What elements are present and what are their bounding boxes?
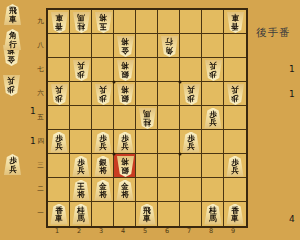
file-label-1: 1: [52, 227, 62, 235]
board-square-6七[interactable]: [158, 58, 180, 82]
piece-kanji: 車: [231, 13, 239, 22]
piece-kanji: 金: [8, 55, 16, 64]
board-square-8三[interactable]: [202, 154, 224, 178]
file-label-7: 7: [184, 227, 194, 235]
board-square-9四[interactable]: [224, 130, 246, 154]
board-square-7八[interactable]: [180, 34, 202, 58]
piece-kanji: 兵: [99, 143, 107, 152]
rank-label-一: 一: [36, 209, 45, 218]
file-label-5: 5: [140, 227, 150, 235]
board-square-6四[interactable]: [158, 130, 180, 154]
board-square-9五[interactable]: [224, 106, 246, 130]
piece-kanji: 兵: [55, 85, 63, 94]
hand-piece-歩兵-top-player[interactable]: 歩兵: [2, 75, 21, 96]
rank-label-八: 八: [36, 41, 45, 50]
piece-kanji: 兵: [121, 143, 129, 152]
board-square-8六[interactable]: [202, 82, 224, 106]
piece-kanji: 兵: [99, 85, 107, 94]
piece-kanji: 馬: [77, 215, 85, 224]
hand-count-bottom-player: 1: [289, 89, 300, 99]
piece-kanji: 馬: [77, 13, 85, 22]
piece-kanji: 将: [99, 191, 107, 200]
board-square-9八[interactable]: [224, 34, 246, 58]
piece-kanji: 兵: [209, 61, 217, 70]
rank-label-六: 六: [36, 89, 45, 98]
turn-indicator: 後手番: [256, 26, 300, 40]
piece-kanji: 将: [121, 85, 129, 94]
board-square-3一[interactable]: [92, 202, 114, 226]
board-square-7一[interactable]: [180, 202, 202, 226]
hoshi-dot: [179, 153, 182, 156]
piece-kanji: 兵: [55, 143, 63, 152]
piece-kanji: 将: [121, 37, 129, 46]
board-square-7二[interactable]: [180, 178, 202, 202]
board-square-2六[interactable]: [70, 82, 92, 106]
board-square-3五[interactable]: [92, 106, 114, 130]
piece-kanji: 馬: [143, 109, 151, 118]
board-square-4五[interactable]: [114, 106, 136, 130]
piece-kanji: 将: [99, 13, 107, 22]
piece-kanji: 将: [99, 167, 107, 176]
piece-kanji: 兵: [187, 143, 195, 152]
board-square-7七[interactable]: [180, 58, 202, 82]
piece-kanji: 将: [121, 157, 129, 166]
piece-kanji: 兵: [77, 61, 85, 70]
board-square-6三[interactable]: [158, 154, 180, 178]
board-square-6五[interactable]: [158, 106, 180, 130]
file-label-8: 8: [206, 227, 216, 235]
board-square-6六[interactable]: [158, 82, 180, 106]
board-square-1五[interactable]: [48, 106, 70, 130]
board-square-5三[interactable]: [136, 154, 158, 178]
piece-kanji: 車: [9, 16, 17, 25]
piece-kanji: 兵: [9, 166, 17, 175]
board-square-2八[interactable]: [70, 34, 92, 58]
board-square-4一[interactable]: [114, 202, 136, 226]
board-square-3七[interactable]: [92, 58, 114, 82]
board-square-1三[interactable]: [48, 154, 70, 178]
file-label-2: 2: [74, 227, 84, 235]
hoshi-dot: [113, 81, 116, 84]
piece-kanji: 車: [55, 13, 63, 22]
board-square-1七[interactable]: [48, 58, 70, 82]
hoshi-dot: [113, 153, 116, 156]
piece-kanji: 行: [165, 37, 173, 46]
board-square-8八[interactable]: [202, 34, 224, 58]
board-square-9七[interactable]: [224, 58, 246, 82]
piece-kanji: 兵: [187, 85, 195, 94]
board-square-8四[interactable]: [202, 130, 224, 154]
file-label-9: 9: [228, 227, 238, 235]
board-square-5七[interactable]: [136, 58, 158, 82]
piece-kanji: 兵: [231, 85, 239, 94]
board-square-2五[interactable]: [70, 106, 92, 130]
file-label-6: 6: [162, 227, 172, 235]
board-square-5六[interactable]: [136, 82, 158, 106]
captured-pieces-stand-right: 飛車角行歩兵: [0, 181, 41, 240]
piece-kanji: 車: [231, 215, 239, 224]
board-square-7九[interactable]: [180, 10, 202, 34]
piece-kanji: 将: [77, 191, 85, 200]
board-square-6二[interactable]: [158, 178, 180, 202]
piece-kanji: 兵: [209, 119, 217, 128]
hand-count-bottom-player: 4: [289, 214, 300, 224]
board-square-4九[interactable]: [114, 10, 136, 34]
piece-kanji: 行: [9, 41, 17, 50]
board: 香車桂馬玉将香車金将角行歩兵銀将歩兵歩兵歩兵銀将歩兵歩兵桂馬歩兵歩兵歩兵歩兵歩兵…: [46, 8, 248, 228]
rank-label-二: 二: [36, 185, 45, 194]
board-square-3八[interactable]: [92, 34, 114, 58]
captured-pieces-stand-left: 金将歩兵: [0, 0, 25, 181]
piece-kanji: 兵: [231, 167, 239, 176]
file-label-4: 4: [118, 227, 128, 235]
board-square-8二[interactable]: [202, 178, 224, 202]
piece-kanji: 車: [55, 215, 63, 224]
piece-kanji: 馬: [209, 215, 217, 224]
piece-kanji: 兵: [77, 167, 85, 176]
board-square-5四[interactable]: [136, 130, 158, 154]
board-square-7三[interactable]: [180, 154, 202, 178]
board-square-7五[interactable]: [180, 106, 202, 130]
board-square-1八[interactable]: [48, 34, 70, 58]
piece-kanji: 歩: [8, 85, 16, 94]
hand-count-top-player: 1: [30, 106, 42, 116]
hoshi-dot: [179, 81, 182, 84]
hand-count-bottom-player: 1: [289, 64, 300, 74]
rank-label-九: 九: [36, 17, 45, 26]
rank-label-七: 七: [36, 65, 45, 74]
board-square-6九[interactable]: [158, 10, 180, 34]
board-square-8九[interactable]: [202, 10, 224, 34]
file-label-3: 3: [96, 227, 106, 235]
piece-kanji: 将: [121, 191, 129, 200]
rank-label-三: 三: [36, 161, 45, 170]
hand-count-top-player: 1: [30, 136, 42, 146]
board-square-5二[interactable]: [136, 178, 158, 202]
board-square-5八[interactable]: [136, 34, 158, 58]
board-square-1二[interactable]: [48, 178, 70, 202]
board-square-6一[interactable]: [158, 202, 180, 226]
board-square-9二[interactable]: [224, 178, 246, 202]
board-square-5九[interactable]: [136, 10, 158, 34]
piece-kanji: 将: [121, 61, 129, 70]
piece-kanji: 兵: [8, 76, 16, 85]
board-square-2四[interactable]: [70, 130, 92, 154]
piece-kanji: 車: [143, 215, 151, 224]
